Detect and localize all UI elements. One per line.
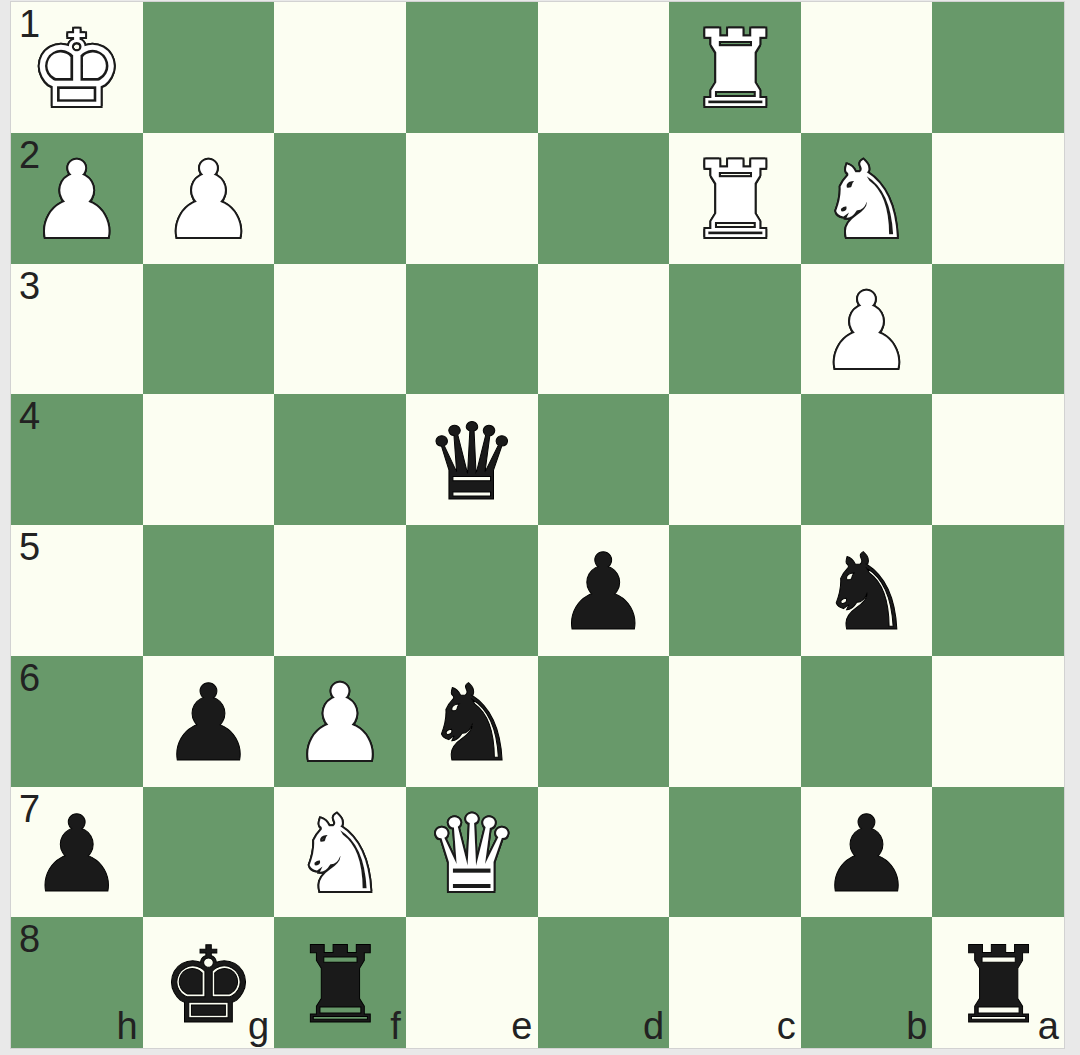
square-d8[interactable]: d <box>538 917 670 1048</box>
square-h2[interactable]: 2♟ <box>11 133 143 264</box>
square-c5[interactable] <box>669 525 801 656</box>
piece-black-queen-e4[interactable]: ♛ <box>424 410 519 516</box>
square-d5[interactable]: ♟ <box>538 525 670 656</box>
square-b4[interactable] <box>801 394 933 525</box>
square-h4[interactable]: 4 <box>11 394 143 525</box>
square-e3[interactable] <box>406 264 538 395</box>
chess-board: 1♚♜2♟♟♜♞3♟4♛5♟♞6♟♟♞7♟♞♛♟8hg♚f♜edcba♜ <box>11 2 1064 1048</box>
square-a5[interactable] <box>932 525 1064 656</box>
piece-black-pawn-d5[interactable]: ♟ <box>556 540 651 646</box>
square-d3[interactable] <box>538 264 670 395</box>
square-c4[interactable] <box>669 394 801 525</box>
piece-black-pawn-h7[interactable]: ♟ <box>29 802 124 908</box>
square-f1[interactable] <box>274 2 406 133</box>
square-g7[interactable] <box>143 787 275 918</box>
square-h1[interactable]: 1♚ <box>11 2 143 133</box>
square-a6[interactable] <box>932 656 1064 787</box>
square-f5[interactable] <box>274 525 406 656</box>
square-g8[interactable]: g♚ <box>143 917 275 1048</box>
square-b6[interactable] <box>801 656 933 787</box>
square-d6[interactable] <box>538 656 670 787</box>
piece-white-rook-c1[interactable]: ♜ <box>687 17 782 123</box>
square-g4[interactable] <box>143 394 275 525</box>
square-a8[interactable]: a♜ <box>932 917 1064 1048</box>
square-f8[interactable]: f♜ <box>274 917 406 1048</box>
square-b3[interactable]: ♟ <box>801 264 933 395</box>
square-c7[interactable] <box>669 787 801 918</box>
square-a2[interactable] <box>932 133 1064 264</box>
square-c3[interactable] <box>669 264 801 395</box>
square-h5[interactable]: 5 <box>11 525 143 656</box>
file-label-c: c <box>777 1007 796 1047</box>
file-label-b: b <box>906 1007 927 1047</box>
square-e7[interactable]: ♛ <box>406 787 538 918</box>
rank-label-5: 5 <box>19 527 40 569</box>
square-a7[interactable] <box>932 787 1064 918</box>
square-g6[interactable]: ♟ <box>143 656 275 787</box>
piece-black-pawn-b7[interactable]: ♟ <box>819 802 914 908</box>
file-label-e: e <box>511 1007 532 1047</box>
rank-label-6: 6 <box>19 658 40 700</box>
square-e1[interactable] <box>406 2 538 133</box>
square-b7[interactable]: ♟ <box>801 787 933 918</box>
file-label-d: d <box>643 1007 664 1047</box>
piece-black-king-g8[interactable]: ♚ <box>161 933 256 1039</box>
piece-white-pawn-b3[interactable]: ♟ <box>819 279 914 385</box>
square-e8[interactable]: e <box>406 917 538 1048</box>
square-h3[interactable]: 3 <box>11 264 143 395</box>
square-e2[interactable] <box>406 133 538 264</box>
square-b8[interactable]: b <box>801 917 933 1048</box>
square-e5[interactable] <box>406 525 538 656</box>
square-e6[interactable]: ♞ <box>406 656 538 787</box>
piece-black-pawn-g6[interactable]: ♟ <box>161 671 256 777</box>
square-c2[interactable]: ♜ <box>669 133 801 264</box>
square-c8[interactable]: c <box>669 917 801 1048</box>
piece-white-pawn-g2[interactable]: ♟ <box>161 148 256 254</box>
square-e4[interactable]: ♛ <box>406 394 538 525</box>
square-d2[interactable] <box>538 133 670 264</box>
square-f7[interactable]: ♞ <box>274 787 406 918</box>
square-b5[interactable]: ♞ <box>801 525 933 656</box>
piece-white-knight-f7[interactable]: ♞ <box>293 802 388 908</box>
square-a3[interactable] <box>932 264 1064 395</box>
piece-white-queen-e7[interactable]: ♛ <box>424 802 519 908</box>
square-h6[interactable]: 6 <box>11 656 143 787</box>
file-label-h: h <box>116 1007 137 1047</box>
file-label-f: f <box>390 1007 401 1047</box>
rank-label-8: 8 <box>19 919 40 961</box>
square-d7[interactable] <box>538 787 670 918</box>
piece-white-rook-c2[interactable]: ♜ <box>687 148 782 254</box>
square-c1[interactable]: ♜ <box>669 2 801 133</box>
square-f6[interactable]: ♟ <box>274 656 406 787</box>
square-d1[interactable] <box>538 2 670 133</box>
square-g3[interactable] <box>143 264 275 395</box>
square-h7[interactable]: 7♟ <box>11 787 143 918</box>
square-f3[interactable] <box>274 264 406 395</box>
piece-black-knight-b5[interactable]: ♞ <box>819 540 914 646</box>
rank-label-3: 3 <box>19 266 40 308</box>
square-d4[interactable] <box>538 394 670 525</box>
square-h8[interactable]: 8h <box>11 917 143 1048</box>
square-g5[interactable] <box>143 525 275 656</box>
square-g2[interactable]: ♟ <box>143 133 275 264</box>
piece-white-pawn-f6[interactable]: ♟ <box>293 671 388 777</box>
piece-white-pawn-h2[interactable]: ♟ <box>29 148 124 254</box>
square-b1[interactable] <box>801 2 933 133</box>
square-g1[interactable] <box>143 2 275 133</box>
square-c6[interactable] <box>669 656 801 787</box>
piece-black-knight-e6[interactable]: ♞ <box>424 671 519 777</box>
square-b2[interactable]: ♞ <box>801 133 933 264</box>
square-a4[interactable] <box>932 394 1064 525</box>
square-f4[interactable] <box>274 394 406 525</box>
piece-black-rook-a8[interactable]: ♜ <box>951 933 1046 1039</box>
piece-white-knight-b2[interactable]: ♞ <box>819 148 914 254</box>
piece-white-king-h1[interactable]: ♚ <box>29 17 124 123</box>
piece-black-rook-f8[interactable]: ♜ <box>293 933 388 1039</box>
square-a1[interactable] <box>932 2 1064 133</box>
square-f2[interactable] <box>274 133 406 264</box>
rank-label-4: 4 <box>19 396 40 438</box>
